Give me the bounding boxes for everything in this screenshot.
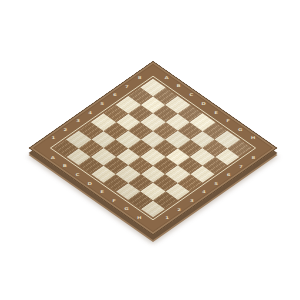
photo-background: { "game": "chess", "scene": "Empty walnu…: [0, 0, 300, 300]
squares-grid: [54, 79, 252, 218]
chess-board: ABCDEFGH ABCDEFGH 87654321 87654321: [29, 61, 278, 235]
playing-field: [50, 76, 256, 221]
product-photo-stage: ABCDEFGH ABCDEFGH 87654321 87654321: [0, 0, 300, 300]
